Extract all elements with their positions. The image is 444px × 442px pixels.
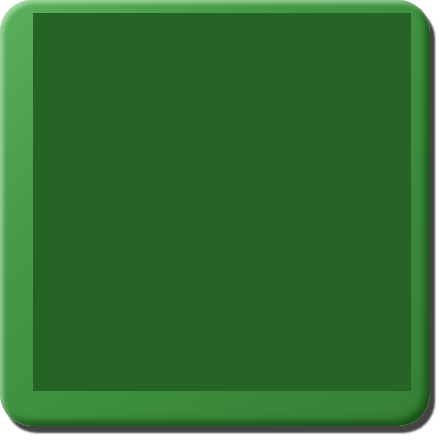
chess-app-window: [0, 0, 444, 442]
chess-board: [33, 13, 411, 391]
board-frame: [0, 0, 430, 426]
